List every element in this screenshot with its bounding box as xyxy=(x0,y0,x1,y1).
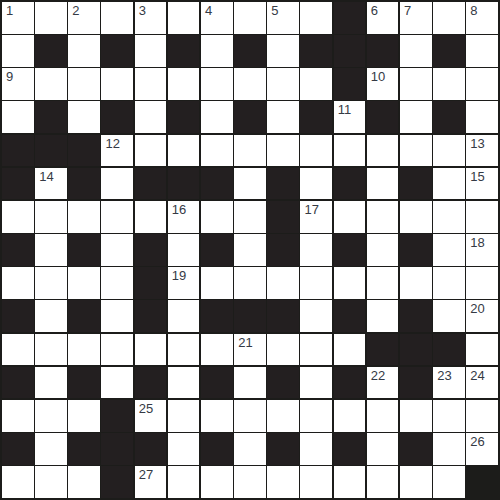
white-cell-r13c8[interactable] xyxy=(234,433,266,465)
white-cell-r1c2[interactable] xyxy=(68,35,100,67)
white-cell-r1c6[interactable] xyxy=(201,35,233,67)
black-cell-r1c1 xyxy=(35,35,67,67)
white-cell-r2c7[interactable] xyxy=(234,68,266,100)
black-cell-r13c9 xyxy=(267,433,299,465)
white-cell-r4c10[interactable] xyxy=(334,135,366,167)
clue-number-7: 7 xyxy=(404,3,411,19)
white-cell-r3c10[interactable]: 11 xyxy=(334,101,366,133)
clue-number-4: 4 xyxy=(205,3,212,19)
white-cell-r5c4[interactable] xyxy=(101,168,133,200)
white-cell-r0c7[interactable] xyxy=(234,2,266,34)
white-cell-r11c4[interactable] xyxy=(101,367,133,399)
clue-number-12: 12 xyxy=(105,136,119,152)
white-cell-r9c10[interactable] xyxy=(300,300,332,332)
white-cell-r12c7[interactable] xyxy=(201,400,233,432)
white-cell-r3c12[interactable] xyxy=(400,101,432,133)
white-cell-r4c8[interactable] xyxy=(267,135,299,167)
white-cell-r8c6[interactable]: 19 xyxy=(168,267,200,299)
white-cell-r13c14[interactable] xyxy=(433,433,465,465)
white-cell-r1c8[interactable] xyxy=(267,35,299,67)
clue-number-18: 18 xyxy=(470,235,484,251)
clue-number-19: 19 xyxy=(172,268,186,284)
white-cell-r12c1[interactable] xyxy=(2,400,34,432)
white-cell-r3c6[interactable] xyxy=(201,101,233,133)
white-cell-r12c11[interactable] xyxy=(334,400,366,432)
white-cell-r6c13[interactable] xyxy=(400,201,432,233)
white-cell-r8c1[interactable] xyxy=(2,267,34,299)
clue-number-25: 25 xyxy=(139,401,153,417)
black-cell-r13c3 xyxy=(68,433,100,465)
white-cell-r6c5[interactable] xyxy=(135,201,167,233)
black-cell-r1c13 xyxy=(433,35,465,67)
white-cell-r8c8[interactable] xyxy=(234,267,266,299)
crossword-grid: 1234567891011121314151617181920212223242… xyxy=(0,0,500,500)
white-cell-r12c5[interactable]: 25 xyxy=(135,400,167,432)
black-cell-r4c1 xyxy=(35,135,67,167)
white-cell-r12c10[interactable] xyxy=(300,400,332,432)
white-cell-r14c2[interactable] xyxy=(35,466,67,498)
black-cell-r10c12 xyxy=(367,334,399,366)
black-cell-r1c9 xyxy=(300,35,332,67)
white-cell-r11c14[interactable]: 23 xyxy=(433,367,465,399)
white-cell-r11c6[interactable] xyxy=(168,367,200,399)
white-cell-r5c14[interactable] xyxy=(433,168,465,200)
white-cell-r10c3[interactable] xyxy=(68,334,100,366)
black-cell-r3c5 xyxy=(168,101,200,133)
white-cell-r11c8[interactable] xyxy=(234,367,266,399)
black-cell-r1c11 xyxy=(367,35,399,67)
white-cell-r4c4[interactable] xyxy=(135,135,167,167)
white-cell-r7c4[interactable] xyxy=(101,234,133,266)
white-cell-r9c4[interactable] xyxy=(101,300,133,332)
white-cell-r10c6[interactable] xyxy=(168,334,200,366)
white-cell-r2c3[interactable] xyxy=(101,68,133,100)
white-cell-r1c14[interactable] xyxy=(466,35,498,67)
white-cell-r0c6[interactable]: 4 xyxy=(201,2,233,34)
white-cell-r11c10[interactable] xyxy=(300,367,332,399)
white-cell-r7c12[interactable] xyxy=(367,234,399,266)
black-cell-r13c13 xyxy=(400,433,432,465)
black-cell-r7c9 xyxy=(267,234,299,266)
black-cell-r13c4 xyxy=(101,433,133,465)
white-cell-r14c9[interactable] xyxy=(267,466,299,498)
white-cell-r10c2[interactable] xyxy=(35,334,67,366)
white-cell-r13c6[interactable] xyxy=(168,433,200,465)
black-cell-r7c13 xyxy=(400,234,432,266)
white-cell-r4c9[interactable] xyxy=(300,135,332,167)
black-cell-r10c13 xyxy=(400,334,432,366)
clue-number-11: 11 xyxy=(338,102,352,118)
white-cell-r7c6[interactable] xyxy=(168,234,200,266)
white-cell-r2c2[interactable] xyxy=(68,68,100,100)
white-cell-r0c1[interactable] xyxy=(35,2,67,34)
white-cell-r6c8[interactable] xyxy=(234,201,266,233)
white-cell-r10c1[interactable] xyxy=(2,334,34,366)
white-cell-r7c10[interactable] xyxy=(300,234,332,266)
black-cell-r13c5 xyxy=(135,433,167,465)
white-cell-r14c10[interactable] xyxy=(300,466,332,498)
black-cell-r1c7 xyxy=(234,35,266,67)
white-cell-r0c14[interactable]: 8 xyxy=(466,2,498,34)
white-cell-r6c0[interactable]: 15 xyxy=(466,168,498,200)
white-cell-r14c1[interactable] xyxy=(2,466,34,498)
white-cell-r6c14[interactable] xyxy=(433,201,465,233)
white-cell-r9c0[interactable] xyxy=(466,267,498,299)
white-cell-r9c14[interactable] xyxy=(433,300,465,332)
white-cell-r13c2[interactable] xyxy=(35,433,67,465)
clue-number-8: 8 xyxy=(470,3,477,19)
white-cell-r0c0[interactable]: 1 xyxy=(2,2,34,34)
white-cell-r0c3[interactable] xyxy=(101,2,133,34)
white-cell-r14c14[interactable] xyxy=(433,466,465,498)
white-cell-r7c0[interactable] xyxy=(466,201,498,233)
white-cell-r1c12[interactable] xyxy=(400,35,432,67)
white-cell-r14c7[interactable] xyxy=(201,466,233,498)
white-cell-r9c12[interactable] xyxy=(367,300,399,332)
black-cell-r2c10 xyxy=(334,68,366,100)
clue-number-20: 20 xyxy=(470,301,484,317)
white-cell-r11c2[interactable] xyxy=(35,367,67,399)
black-cell-r11c9 xyxy=(267,367,299,399)
white-cell-r6c12[interactable] xyxy=(367,201,399,233)
black-cell-r11c7 xyxy=(201,367,233,399)
black-cell-r13c1 xyxy=(2,433,34,465)
clue-number-22: 22 xyxy=(371,368,385,384)
black-cell-r6c9 xyxy=(267,201,299,233)
white-cell-r0c11[interactable]: 6 xyxy=(367,2,399,34)
black-cell-r5c3 xyxy=(68,168,100,200)
black-cell-r7c1 xyxy=(2,234,34,266)
white-cell-r13c0[interactable] xyxy=(466,400,498,432)
black-cell-r5c6 xyxy=(168,168,200,200)
black-cell-r3c7 xyxy=(234,101,266,133)
white-cell-r2c8[interactable] xyxy=(267,68,299,100)
white-cell-r6c3[interactable] xyxy=(68,201,100,233)
white-cell-r2c4[interactable] xyxy=(135,68,167,100)
white-cell-r14c8[interactable] xyxy=(234,466,266,498)
white-cell-r10c11[interactable] xyxy=(334,334,366,366)
white-cell-r8c2[interactable] xyxy=(35,267,67,299)
black-cell-r9c7 xyxy=(201,300,233,332)
white-cell-r2c9[interactable] xyxy=(300,68,332,100)
white-cell-r3c8[interactable] xyxy=(267,101,299,133)
white-cell-r2c13[interactable] xyxy=(433,68,465,100)
white-cell-r3c0[interactable] xyxy=(2,101,34,133)
white-cell-r2c5[interactable] xyxy=(168,68,200,100)
white-cell-r14c0[interactable]: 26 xyxy=(466,433,498,465)
black-cell-r7c3 xyxy=(68,234,100,266)
white-cell-r10c7[interactable] xyxy=(201,334,233,366)
white-cell-r4c6[interactable] xyxy=(201,135,233,167)
white-cell-r6c1[interactable] xyxy=(2,201,34,233)
white-cell-r12c0[interactable]: 24 xyxy=(466,367,498,399)
black-cell-r9c9 xyxy=(267,300,299,332)
white-cell-r2c11[interactable]: 10 xyxy=(367,68,399,100)
white-cell-r5c2[interactable]: 14 xyxy=(35,168,67,200)
white-cell-r1c4[interactable] xyxy=(135,35,167,67)
white-cell-r10c10[interactable] xyxy=(300,334,332,366)
black-cell-r5c5 xyxy=(135,168,167,200)
white-cell-r0c4[interactable]: 3 xyxy=(135,2,167,34)
black-cell-r7c5 xyxy=(135,234,167,266)
white-cell-r10c9[interactable] xyxy=(267,334,299,366)
clue-number-10: 10 xyxy=(371,69,385,85)
white-cell-r10c4[interactable] xyxy=(101,334,133,366)
black-cell-r5c11 xyxy=(334,168,366,200)
white-cell-r2c0[interactable]: 9 xyxy=(2,68,34,100)
black-cell-r5c1 xyxy=(2,168,34,200)
black-cell-r0c10 xyxy=(334,2,366,34)
white-cell-r12c12[interactable] xyxy=(367,400,399,432)
white-cell-r4c3[interactable]: 12 xyxy=(101,135,133,167)
black-cell-r3c1 xyxy=(35,101,67,133)
white-cell-r8c10[interactable] xyxy=(300,267,332,299)
clue-number-27: 27 xyxy=(139,467,153,483)
white-cell-r4c5[interactable] xyxy=(168,135,200,167)
black-cell-r9c8 xyxy=(234,300,266,332)
white-cell-r6c4[interactable] xyxy=(101,201,133,233)
black-cell-r1c5 xyxy=(168,35,200,67)
crossword-board: 1234567891011121314151617181920212223242… xyxy=(0,0,500,500)
white-cell-r2c6[interactable] xyxy=(201,68,233,100)
white-cell-r8c13[interactable] xyxy=(400,267,432,299)
black-cell-r11c11 xyxy=(334,367,366,399)
white-cell-r8c12[interactable] xyxy=(367,267,399,299)
black-cell-r9c3 xyxy=(68,300,100,332)
black-cell-r8c5 xyxy=(135,267,167,299)
white-cell-r12c8[interactable] xyxy=(234,400,266,432)
black-cell-r1c10 xyxy=(334,35,366,67)
white-cell-r6c6[interactable]: 16 xyxy=(168,201,200,233)
black-cell-r7c7 xyxy=(201,234,233,266)
black-cell-r3c13 xyxy=(433,101,465,133)
clue-number-14: 14 xyxy=(39,169,53,185)
white-cell-r10c0[interactable]: 20 xyxy=(466,300,498,332)
black-cell-r13c7 xyxy=(201,433,233,465)
black-cell-r11c5 xyxy=(135,367,167,399)
black-cell-r5c9 xyxy=(267,168,299,200)
black-cell-r7c11 xyxy=(334,234,366,266)
white-cell-r6c2[interactable] xyxy=(35,201,67,233)
white-cell-r9c6[interactable] xyxy=(168,300,200,332)
white-cell-r10c5[interactable] xyxy=(135,334,167,366)
clue-number-5: 5 xyxy=(271,3,278,19)
black-cell-r10c14 xyxy=(433,334,465,366)
clue-number-21: 21 xyxy=(238,335,252,351)
white-cell-r14c6[interactable] xyxy=(168,466,200,498)
white-cell-r7c2[interactable] xyxy=(35,234,67,266)
white-cell-r6c10[interactable]: 17 xyxy=(300,201,332,233)
white-cell-r0c9[interactable] xyxy=(300,2,332,34)
white-cell-r0c13[interactable] xyxy=(433,2,465,34)
clue-number-2: 2 xyxy=(72,3,79,19)
black-cell-r5c13 xyxy=(400,168,432,200)
black-cell-r14c4 xyxy=(101,466,133,498)
clue-number-9: 9 xyxy=(6,69,13,85)
white-cell-r12c6[interactable] xyxy=(168,400,200,432)
white-cell-r7c8[interactable] xyxy=(234,234,266,266)
white-cell-r8c7[interactable] xyxy=(201,267,233,299)
black-cell-r11c13 xyxy=(400,367,432,399)
black-cell-r12c4 xyxy=(101,400,133,432)
white-cell-r5c0[interactable]: 13 xyxy=(466,135,498,167)
white-cell-r8c11[interactable] xyxy=(334,267,366,299)
white-cell-r0c12[interactable]: 7 xyxy=(400,2,432,34)
white-cell-r6c11[interactable] xyxy=(334,201,366,233)
clue-number-17: 17 xyxy=(304,202,318,218)
white-cell-r4c11[interactable] xyxy=(367,135,399,167)
white-cell-r8c14[interactable] xyxy=(433,267,465,299)
black-cell-r4c0 xyxy=(2,135,34,167)
white-cell-r14c5[interactable]: 27 xyxy=(135,466,167,498)
white-cell-r14c12[interactable] xyxy=(367,466,399,498)
black-cell-r1c3 xyxy=(101,35,133,67)
clue-number-23: 23 xyxy=(437,368,451,384)
white-cell-r8c0[interactable]: 18 xyxy=(466,234,498,266)
white-cell-r5c12[interactable] xyxy=(367,168,399,200)
white-cell-r11c0[interactable] xyxy=(466,334,498,366)
white-cell-r14c13[interactable] xyxy=(400,466,432,498)
white-cell-r10c8[interactable]: 21 xyxy=(234,334,266,366)
white-cell-r3c14[interactable] xyxy=(466,101,498,133)
white-cell-r4c13[interactable] xyxy=(433,135,465,167)
clue-number-24: 24 xyxy=(470,368,484,384)
black-cell-r9c5 xyxy=(135,300,167,332)
white-cell-r7c14[interactable] xyxy=(433,234,465,266)
clue-number-16: 16 xyxy=(172,202,186,218)
white-cell-r12c13[interactable] xyxy=(400,400,432,432)
white-cell-r2c1[interactable] xyxy=(35,68,67,100)
white-cell-r0c5[interactable] xyxy=(168,2,200,34)
white-cell-r14c3[interactable] xyxy=(68,466,100,498)
white-cell-r8c3[interactable] xyxy=(68,267,100,299)
white-cell-r14c11[interactable] xyxy=(334,466,366,498)
clue-number-15: 15 xyxy=(470,169,484,185)
white-cell-r12c9[interactable] xyxy=(267,400,299,432)
white-cell-r3c4[interactable] xyxy=(135,101,167,133)
clue-number-6: 6 xyxy=(371,3,378,19)
black-cell-r11c3 xyxy=(68,367,100,399)
white-cell-r4c7[interactable] xyxy=(234,135,266,167)
white-cell-r6c7[interactable] xyxy=(201,201,233,233)
white-cell-r12c14[interactable] xyxy=(433,400,465,432)
white-cell-r4c12[interactable] xyxy=(400,135,432,167)
black-cell-r3c3 xyxy=(101,101,133,133)
clue-number-3: 3 xyxy=(139,3,146,19)
white-cell-r12c2[interactable] xyxy=(35,400,67,432)
white-cell-r2c14[interactable] xyxy=(466,68,498,100)
white-cell-r2c12[interactable] xyxy=(400,68,432,100)
black-cell-r9c1 xyxy=(2,300,34,332)
black-cell-r3c9 xyxy=(300,101,332,133)
white-cell-r0c2[interactable]: 2 xyxy=(68,2,100,34)
white-cell-r3c2[interactable] xyxy=(68,101,100,133)
black-cell-r9c13 xyxy=(400,300,432,332)
black-cell-r11c1 xyxy=(2,367,34,399)
white-cell-r9c2[interactable] xyxy=(35,300,67,332)
white-cell-r1c0[interactable] xyxy=(2,35,34,67)
black-cell-r5c7 xyxy=(201,168,233,200)
clue-number-26: 26 xyxy=(470,434,484,450)
clue-number-13: 13 xyxy=(470,136,484,152)
white-cell-r11c12[interactable]: 22 xyxy=(367,367,399,399)
white-cell-r5c10[interactable] xyxy=(300,168,332,200)
white-cell-r8c9[interactable] xyxy=(267,267,299,299)
black-cell-r13c11 xyxy=(334,433,366,465)
white-cell-r8c4[interactable] xyxy=(101,267,133,299)
black-cell-r9c11 xyxy=(334,300,366,332)
white-cell-r13c10[interactable] xyxy=(300,433,332,465)
white-cell-r5c8[interactable] xyxy=(234,168,266,200)
white-cell-r12c3[interactable] xyxy=(68,400,100,432)
black-cell-r3c11 xyxy=(367,101,399,133)
white-cell-r0c8[interactable]: 5 xyxy=(267,2,299,34)
clue-number-1: 1 xyxy=(6,3,13,19)
white-cell-r13c12[interactable] xyxy=(367,433,399,465)
black-cell-r4c2 xyxy=(68,135,100,167)
